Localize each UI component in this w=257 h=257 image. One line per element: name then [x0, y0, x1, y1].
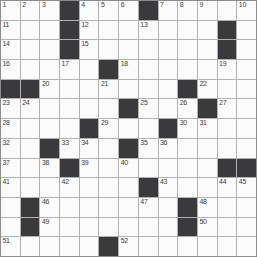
letter-cell[interactable]: [218, 1, 237, 20]
letter-cell[interactable]: [40, 99, 59, 118]
clue-number: 5: [101, 1, 105, 9]
block-cell: [119, 99, 138, 118]
letter-cell[interactable]: [21, 119, 40, 138]
letter-cell[interactable]: [237, 99, 256, 118]
letter-cell[interactable]: [237, 119, 256, 138]
letter-cell[interactable]: 36: [159, 139, 178, 158]
letter-cell[interactable]: 5: [99, 1, 118, 20]
letter-cell[interactable]: 20: [40, 80, 59, 99]
block-cell: [178, 80, 197, 99]
block-cell: [80, 119, 99, 138]
letter-cell[interactable]: [40, 60, 59, 79]
letter-cell[interactable]: 21: [99, 80, 118, 99]
clue-number: 20: [42, 80, 49, 88]
letter-cell[interactable]: [80, 178, 99, 197]
letter-cell[interactable]: 34: [80, 139, 99, 158]
letter-cell[interactable]: [1, 198, 20, 217]
clue-number: 8: [180, 1, 184, 9]
letter-cell[interactable]: [40, 40, 59, 59]
letter-cell[interactable]: 13: [139, 21, 158, 40]
letter-cell[interactable]: 52: [119, 237, 138, 256]
letter-cell[interactable]: [80, 218, 99, 237]
letter-cell[interactable]: [119, 21, 138, 40]
letter-cell[interactable]: [21, 139, 40, 158]
letter-cell[interactable]: 15: [80, 40, 99, 59]
letter-cell[interactable]: 19: [218, 60, 237, 79]
letter-cell[interactable]: 45: [237, 178, 256, 197]
clue-number: 17: [62, 60, 69, 68]
letter-cell[interactable]: 16: [1, 60, 20, 79]
clue-number: 11: [3, 21, 10, 29]
block-cell: [139, 1, 158, 20]
block-cell: [178, 198, 197, 217]
block-cell: [21, 218, 40, 237]
letter-cell[interactable]: [178, 159, 197, 178]
letter-cell[interactable]: [21, 237, 40, 256]
clue-number: 23: [3, 99, 10, 107]
letter-cell[interactable]: [139, 218, 158, 237]
clue-number: 31: [199, 119, 206, 127]
clue-number: 42: [62, 178, 69, 186]
letter-cell[interactable]: [139, 40, 158, 59]
letter-cell[interactable]: [218, 218, 237, 237]
letter-cell[interactable]: [218, 198, 237, 217]
block-cell: [198, 99, 217, 118]
letter-cell[interactable]: [178, 237, 197, 256]
clue-number: 16: [3, 60, 10, 68]
letter-cell[interactable]: [159, 159, 178, 178]
letter-cell[interactable]: 11: [1, 21, 20, 40]
letter-cell[interactable]: [60, 99, 79, 118]
letter-cell[interactable]: [99, 139, 118, 158]
letter-cell[interactable]: [198, 159, 217, 178]
block-cell: [159, 119, 178, 138]
letter-cell[interactable]: [60, 198, 79, 217]
letter-cell[interactable]: [237, 139, 256, 158]
letter-cell[interactable]: 38: [40, 159, 59, 178]
letter-cell[interactable]: [139, 159, 158, 178]
letter-cell[interactable]: 6: [119, 1, 138, 20]
block-cell: [60, 1, 79, 20]
letter-cell[interactable]: 22: [198, 80, 217, 99]
clue-number: 41: [3, 178, 10, 186]
letter-cell[interactable]: 4: [80, 1, 99, 20]
block-cell: [60, 159, 79, 178]
letter-cell[interactable]: [40, 237, 59, 256]
letter-cell[interactable]: 33: [60, 139, 79, 158]
letter-cell[interactable]: [21, 178, 40, 197]
block-cell: [99, 60, 118, 79]
clue-number: 6: [121, 1, 125, 9]
letter-cell[interactable]: 43: [159, 178, 178, 197]
clue-number: 51: [3, 237, 10, 245]
letter-cell[interactable]: [119, 40, 138, 59]
letter-cell[interactable]: 41: [1, 178, 20, 197]
letter-cell[interactable]: [80, 99, 99, 118]
clue-number: 24: [22, 99, 29, 107]
letter-cell[interactable]: [198, 40, 217, 59]
letter-cell[interactable]: [159, 80, 178, 99]
letter-cell[interactable]: [218, 119, 237, 138]
letter-cell[interactable]: 24: [21, 99, 40, 118]
block-cell: [21, 80, 40, 99]
letter-cell[interactable]: [198, 178, 217, 197]
letter-cell[interactable]: 49: [40, 218, 59, 237]
letter-cell[interactable]: [198, 139, 217, 158]
clue-number: 12: [81, 21, 88, 29]
letter-cell[interactable]: 37: [1, 159, 20, 178]
letter-cell[interactable]: 26: [178, 99, 197, 118]
letter-cell[interactable]: [99, 99, 118, 118]
letter-cell[interactable]: 46: [40, 198, 59, 217]
letter-cell[interactable]: [237, 198, 256, 217]
letter-cell[interactable]: [139, 119, 158, 138]
clue-number: 44: [219, 178, 226, 186]
letter-cell[interactable]: [159, 40, 178, 59]
clue-number: 4: [81, 1, 85, 9]
letter-cell[interactable]: [40, 178, 59, 197]
clue-number: 18: [121, 60, 128, 68]
letter-cell[interactable]: 51: [1, 237, 20, 256]
clue-number: 38: [42, 159, 49, 167]
clue-number: 32: [3, 139, 10, 147]
letter-cell[interactable]: [99, 40, 118, 59]
letter-cell[interactable]: [119, 119, 138, 138]
letter-cell[interactable]: [60, 80, 79, 99]
letter-cell[interactable]: [99, 21, 118, 40]
letter-cell[interactable]: [159, 21, 178, 40]
letter-cell[interactable]: [237, 60, 256, 79]
letter-cell[interactable]: 40: [119, 159, 138, 178]
letter-cell[interactable]: [237, 21, 256, 40]
letter-cell[interactable]: 7: [159, 1, 178, 20]
letter-cell[interactable]: 32: [1, 139, 20, 158]
clue-number: 28: [3, 119, 10, 127]
letter-cell[interactable]: [178, 21, 197, 40]
block-cell: [60, 40, 79, 59]
block-cell: [178, 218, 197, 237]
letter-cell[interactable]: [178, 60, 197, 79]
clue-number: 34: [81, 139, 88, 147]
clue-number: 35: [140, 139, 147, 147]
letter-cell[interactable]: 42: [60, 178, 79, 197]
letter-cell[interactable]: [139, 80, 158, 99]
letter-cell[interactable]: [178, 139, 197, 158]
clue-number: 3: [42, 1, 46, 9]
letter-cell[interactable]: [218, 237, 237, 256]
clue-number: 15: [81, 40, 88, 48]
letter-cell[interactable]: 39: [80, 159, 99, 178]
letter-cell[interactable]: [60, 119, 79, 138]
clue-number: 37: [3, 159, 10, 167]
clue-number: 46: [42, 198, 49, 206]
letter-cell[interactable]: [80, 198, 99, 217]
letter-cell[interactable]: 30: [178, 119, 197, 138]
letter-cell[interactable]: [159, 198, 178, 217]
letter-cell[interactable]: [21, 40, 40, 59]
clue-number: 30: [180, 119, 187, 127]
letter-cell[interactable]: [237, 237, 256, 256]
letter-cell[interactable]: [21, 60, 40, 79]
letter-cell[interactable]: 14: [1, 40, 20, 59]
letter-cell[interactable]: [218, 139, 237, 158]
letter-cell[interactable]: 3: [40, 1, 59, 20]
clue-number: 2: [22, 1, 26, 9]
letter-cell[interactable]: [198, 21, 217, 40]
clue-number: 19: [219, 60, 226, 68]
letter-cell[interactable]: [99, 159, 118, 178]
block-cell: [237, 159, 256, 178]
clue-number: 43: [160, 178, 167, 186]
letter-cell[interactable]: 25: [139, 99, 158, 118]
letter-cell[interactable]: [119, 218, 138, 237]
letter-cell[interactable]: 27: [218, 99, 237, 118]
letter-cell[interactable]: [21, 159, 40, 178]
letter-cell[interactable]: 23: [1, 99, 20, 118]
letter-cell[interactable]: [159, 60, 178, 79]
letter-cell[interactable]: [99, 198, 118, 217]
block-cell: [40, 139, 59, 158]
letter-cell[interactable]: [99, 178, 118, 197]
block-cell: [60, 21, 79, 40]
letter-cell[interactable]: [99, 218, 118, 237]
letter-cell[interactable]: 48: [198, 198, 217, 217]
letter-cell[interactable]: 2: [21, 1, 40, 20]
letter-cell[interactable]: [139, 237, 158, 256]
letter-cell[interactable]: [80, 237, 99, 256]
clue-number: 48: [199, 198, 206, 206]
clue-number: 9: [199, 1, 203, 9]
letter-cell[interactable]: [21, 21, 40, 40]
clue-number: 10: [239, 1, 246, 9]
clue-number: 39: [81, 159, 88, 167]
letter-cell[interactable]: [159, 218, 178, 237]
letter-cell[interactable]: 44: [218, 178, 237, 197]
clue-number: 33: [62, 139, 69, 147]
clue-number: 50: [199, 218, 206, 226]
letter-cell[interactable]: 29: [99, 119, 118, 138]
letter-cell[interactable]: [40, 21, 59, 40]
letter-cell[interactable]: 10: [237, 1, 256, 20]
clue-number: 1: [3, 1, 7, 9]
letter-cell[interactable]: [119, 178, 138, 197]
letter-cell[interactable]: [119, 80, 138, 99]
letter-cell[interactable]: 1: [1, 1, 20, 20]
clue-number: 21: [101, 80, 108, 88]
clue-number: 7: [160, 1, 164, 9]
letter-cell[interactable]: [237, 40, 256, 59]
letter-cell[interactable]: [80, 60, 99, 79]
letter-cell[interactable]: 47: [139, 198, 158, 217]
letter-cell[interactable]: [237, 218, 256, 237]
letter-cell[interactable]: 50: [198, 218, 217, 237]
block-cell: [119, 139, 138, 158]
letter-cell[interactable]: [159, 237, 178, 256]
letter-cell[interactable]: 28: [1, 119, 20, 138]
letter-cell[interactable]: 35: [139, 139, 158, 158]
block-cell: [21, 198, 40, 217]
letter-cell[interactable]: [60, 237, 79, 256]
block-cell: [218, 40, 237, 59]
clue-number: 45: [239, 178, 246, 186]
letter-cell[interactable]: [237, 80, 256, 99]
letter-cell[interactable]: [159, 99, 178, 118]
block-cell: [99, 237, 118, 256]
letter-cell[interactable]: [80, 80, 99, 99]
clue-number: 22: [199, 80, 206, 88]
clue-number: 25: [140, 99, 147, 107]
letter-cell[interactable]: [198, 237, 217, 256]
letter-cell[interactable]: [178, 40, 197, 59]
clue-number: 52: [121, 237, 128, 245]
letter-cell[interactable]: 12: [80, 21, 99, 40]
letter-cell[interactable]: 9: [198, 1, 217, 20]
clue-number: 27: [219, 99, 226, 107]
clue-number: 36: [160, 139, 167, 147]
letter-cell[interactable]: [178, 178, 197, 197]
block-cell: [1, 80, 20, 99]
letter-cell[interactable]: 18: [119, 60, 138, 79]
letter-cell[interactable]: [139, 60, 158, 79]
letter-cell[interactable]: [60, 218, 79, 237]
clue-number: 14: [3, 40, 10, 48]
letter-cell[interactable]: [218, 80, 237, 99]
block-cell: [139, 178, 158, 197]
clue-number: 29: [101, 119, 108, 127]
block-cell: [218, 159, 237, 178]
crossword-board: 1234567891011121314151617181920212223242…: [0, 0, 257, 257]
letter-cell[interactable]: 17: [60, 60, 79, 79]
clue-number: 49: [42, 218, 49, 226]
letter-cell[interactable]: 8: [178, 1, 197, 20]
clue-number: 26: [180, 99, 187, 107]
letter-cell[interactable]: 31: [198, 119, 217, 138]
clue-number: 47: [140, 198, 147, 206]
letter-cell[interactable]: [198, 60, 217, 79]
letter-cell[interactable]: [119, 198, 138, 217]
letter-cell[interactable]: [1, 218, 20, 237]
block-cell: [218, 21, 237, 40]
clue-number: 13: [140, 21, 147, 29]
letter-cell[interactable]: [40, 119, 59, 138]
clue-number: 40: [121, 159, 128, 167]
